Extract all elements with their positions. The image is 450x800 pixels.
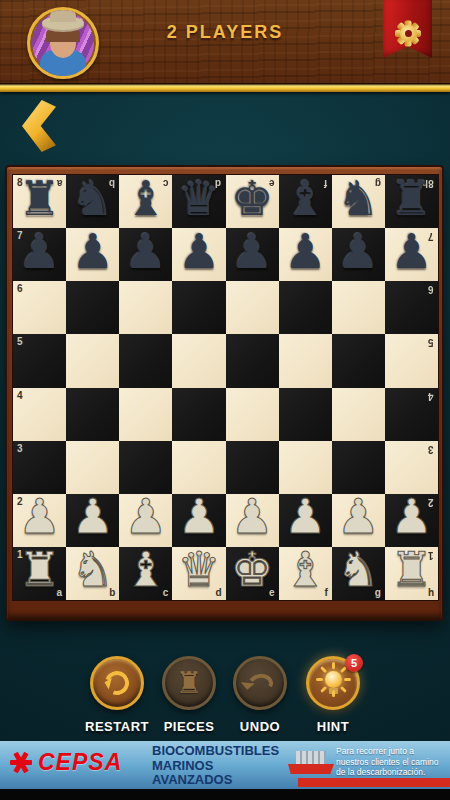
square-c3[interactable]: [119, 441, 172, 494]
square-f4[interactable]: [279, 388, 332, 441]
square-f2[interactable]: ♟: [279, 494, 332, 547]
undo-button[interactable]: UNDO: [220, 656, 300, 734]
ad-tagline: Para recorrer junto a nuestros clientes …: [336, 746, 446, 778]
coordinate-label: 8: [17, 178, 23, 188]
pieces-label: PIECES: [164, 719, 215, 734]
cepsa-logo-icon: [10, 752, 32, 774]
coordinate-label: g: [375, 178, 381, 188]
square-a5[interactable]: 5: [13, 334, 66, 387]
piece-black-pawn: ♟: [226, 224, 279, 277]
square-b5[interactable]: [66, 334, 119, 387]
square-h8[interactable]: 8h♜: [385, 175, 438, 228]
square-a3[interactable]: 3: [13, 441, 66, 494]
restart-button[interactable]: RESTART: [77, 656, 157, 734]
square-h6[interactable]: 6: [385, 281, 438, 334]
square-b1[interactable]: b♞: [66, 547, 119, 600]
square-d4[interactable]: [172, 388, 225, 441]
square-f8[interactable]: f♝: [279, 175, 332, 228]
square-f7[interactable]: ♟: [279, 228, 332, 281]
square-a7[interactable]: 7♟: [13, 228, 66, 281]
square-c5[interactable]: [119, 334, 172, 387]
square-c4[interactable]: [119, 388, 172, 441]
coordinate-label: 1: [17, 550, 23, 560]
piece-black-pawn: ♟: [66, 224, 119, 277]
square-b2[interactable]: ♟: [66, 494, 119, 547]
coordinate-label: f: [324, 178, 327, 188]
undo-label: UNDO: [240, 719, 280, 734]
player-avatar[interactable]: [27, 7, 99, 79]
square-g6[interactable]: [332, 281, 385, 334]
square-h7[interactable]: 7♟: [385, 228, 438, 281]
gear-icon[interactable]: [395, 20, 421, 46]
bottom-black-bar: [0, 789, 450, 800]
square-a8[interactable]: 8a♜: [13, 175, 66, 228]
square-e4[interactable]: [226, 388, 279, 441]
square-c2[interactable]: ♟: [119, 494, 172, 547]
coordinate-label: b: [109, 178, 115, 188]
coordinate-label: 2: [17, 497, 23, 507]
undo-arrow-icon: [245, 671, 274, 694]
restart-icon: [101, 667, 133, 699]
square-b4[interactable]: [66, 388, 119, 441]
square-e2[interactable]: ♟: [226, 494, 279, 547]
ship-image: [288, 751, 334, 777]
square-b6[interactable]: [66, 281, 119, 334]
piece-white-pawn: ♟: [66, 490, 119, 543]
square-e7[interactable]: ♟: [226, 228, 279, 281]
coordinate-label: 5: [428, 337, 434, 347]
hint-badge: 5: [345, 654, 363, 672]
page-title: 2 PLAYERS: [0, 22, 450, 43]
square-b8[interactable]: b♞: [66, 175, 119, 228]
coordinate-label: 5: [17, 337, 23, 347]
square-b3[interactable]: [66, 441, 119, 494]
piece-white-pawn: ♟: [226, 490, 279, 543]
pieces-button[interactable]: ♜ PIECES: [149, 656, 229, 734]
coordinate-label: c: [163, 588, 169, 598]
square-g8[interactable]: g♞: [332, 175, 385, 228]
hint-label: HINT: [317, 719, 349, 734]
header-gold-divider: [0, 83, 450, 92]
square-h5[interactable]: 5: [385, 334, 438, 387]
ad-brand-text: CEPSA: [38, 749, 122, 776]
ad-brand: CEPSA: [10, 749, 122, 776]
coordinate-label: b: [109, 588, 115, 598]
coordinate-label: 6: [17, 284, 23, 294]
coordinate-label: e: [269, 178, 275, 188]
square-e5[interactable]: [226, 334, 279, 387]
square-c1[interactable]: c♝: [119, 547, 172, 600]
piece-black-pawn: ♟: [172, 224, 225, 277]
square-e6[interactable]: [226, 281, 279, 334]
square-f5[interactable]: [279, 334, 332, 387]
coordinate-label: h: [428, 588, 434, 598]
square-d8[interactable]: d♛: [172, 175, 225, 228]
piece-white-pawn: ♟: [119, 490, 172, 543]
coordinate-label: 4: [428, 391, 434, 401]
square-f3[interactable]: [279, 441, 332, 494]
square-g3[interactable]: [332, 441, 385, 494]
coordinate-label: 6: [428, 284, 434, 294]
square-h1[interactable]: 1h♜: [385, 547, 438, 600]
square-g7[interactable]: ♟: [332, 228, 385, 281]
piece-black-pawn: ♟: [279, 224, 332, 277]
coordinate-label: 4: [17, 391, 23, 401]
coordinate-label: c: [163, 178, 169, 188]
ad-banner[interactable]: CEPSA BIOCOMBUSTIBLES MARINOS AVANZADOS …: [0, 741, 450, 789]
square-a2[interactable]: 2♟: [13, 494, 66, 547]
coordinate-label: d: [215, 588, 221, 598]
square-d7[interactable]: ♟: [172, 228, 225, 281]
coordinate-label: f: [324, 588, 327, 598]
square-g5[interactable]: [332, 334, 385, 387]
square-h3[interactable]: 3: [385, 441, 438, 494]
chess-board-frame: 8a♜b♞c♝d♛e♚f♝g♞8h♜7♟♟♟♟♟♟♟7♟665544332♟♟♟…: [5, 165, 444, 621]
square-c6[interactable]: [119, 281, 172, 334]
square-e1[interactable]: e♚: [226, 547, 279, 600]
rook-icon: ♜: [176, 668, 203, 698]
piece-white-pawn: ♟: [279, 490, 332, 543]
square-e3[interactable]: [226, 441, 279, 494]
square-b7[interactable]: ♟: [66, 228, 119, 281]
back-chevron-icon[interactable]: [22, 100, 56, 152]
restart-label: RESTART: [85, 719, 149, 734]
ad-headline: BIOCOMBUSTIBLES MARINOS AVANZADOS: [152, 744, 279, 788]
coordinate-label: e: [269, 588, 275, 598]
square-c7[interactable]: ♟: [119, 228, 172, 281]
square-d3[interactable]: [172, 441, 225, 494]
coordinate-label: 2: [428, 497, 434, 507]
chess-board[interactable]: 8a♜b♞c♝d♛e♚f♝g♞8h♜7♟♟♟♟♟♟♟7♟665544332♟♟♟…: [13, 175, 438, 600]
piece-black-pawn: ♟: [332, 224, 385, 277]
coordinate-label: 7: [17, 231, 23, 241]
square-h2[interactable]: 2♟: [385, 494, 438, 547]
square-a1[interactable]: 1a♜: [13, 547, 66, 600]
coordinate-label: d: [215, 178, 221, 188]
coordinate-label: 3: [17, 444, 23, 454]
square-g4[interactable]: [332, 388, 385, 441]
square-g1[interactable]: g♞: [332, 547, 385, 600]
piece-black-pawn: ♟: [119, 224, 172, 277]
square-a4[interactable]: 4: [13, 388, 66, 441]
square-a6[interactable]: 6: [13, 281, 66, 334]
hint-button[interactable]: 5 HINT: [293, 656, 373, 734]
square-d1[interactable]: d♛: [172, 547, 225, 600]
piece-white-pawn: ♟: [172, 490, 225, 543]
coordinate-label: 3: [428, 444, 434, 454]
avatar-hat-top: [50, 10, 76, 22]
ship-hull-strip: [298, 778, 450, 787]
square-d6[interactable]: [172, 281, 225, 334]
square-h4[interactable]: 4: [385, 388, 438, 441]
coordinate-label: 8h: [422, 178, 434, 188]
square-e8[interactable]: e♚: [226, 175, 279, 228]
coordinate-label: a: [57, 178, 63, 188]
coordinate-label: 1: [428, 550, 434, 560]
square-d5[interactable]: [172, 334, 225, 387]
piece-white-pawn: ♟: [332, 490, 385, 543]
square-f6[interactable]: [279, 281, 332, 334]
coordinate-label: 7: [428, 231, 434, 241]
square-d2[interactable]: ♟: [172, 494, 225, 547]
coordinate-label: a: [57, 588, 63, 598]
coordinate-label: g: [375, 588, 381, 598]
square-f1[interactable]: f♝: [279, 547, 332, 600]
square-g2[interactable]: ♟: [332, 494, 385, 547]
square-c8[interactable]: c♝: [119, 175, 172, 228]
